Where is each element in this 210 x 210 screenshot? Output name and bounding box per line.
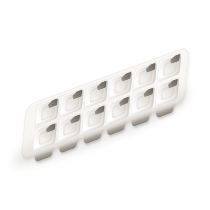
compartment-grid	[33, 52, 182, 152]
photo-background	[0, 0, 210, 210]
ice-cube-tray	[21, 46, 189, 162]
